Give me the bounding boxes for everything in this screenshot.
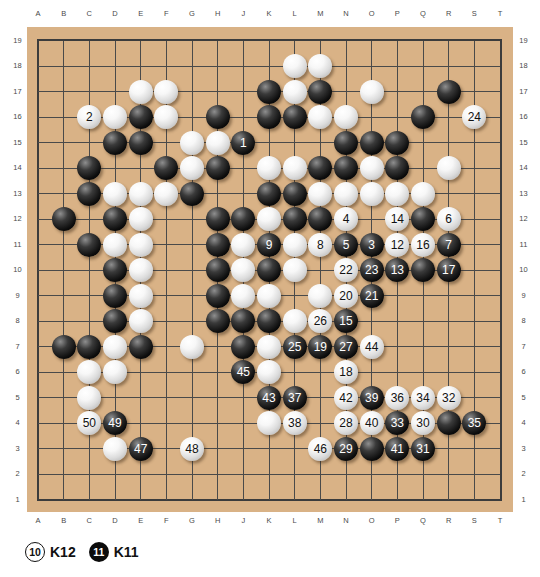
stone-E9[interactable] — [129, 284, 153, 308]
stone-L5[interactable]: 37 — [283, 386, 307, 410]
stone-D15[interactable] — [103, 131, 127, 155]
coord-label-top-M: M — [317, 10, 323, 18]
stone-L10[interactable] — [283, 258, 307, 282]
stone-H9[interactable] — [206, 284, 230, 308]
stone-J8[interactable] — [231, 309, 255, 333]
coord-label-right-7: 7 — [521, 343, 525, 351]
stone-C5[interactable] — [77, 386, 101, 410]
stone-E7[interactable] — [129, 335, 153, 359]
stone-D3[interactable] — [103, 437, 127, 461]
stone-P14[interactable] — [385, 156, 409, 180]
stone-R4[interactable] — [437, 411, 461, 435]
stone-D9[interactable] — [103, 284, 127, 308]
stone-O7[interactable]: 44 — [360, 335, 384, 359]
coord-label-bottom-M: M — [317, 517, 323, 525]
coord-label-top-D: D — [112, 10, 117, 18]
move-number: 25 — [288, 340, 301, 354]
move-number: 22 — [339, 263, 352, 277]
stone-N5[interactable]: 42 — [334, 386, 358, 410]
stone-O5[interactable]: 39 — [360, 386, 384, 410]
coord-label-top-C: C — [87, 10, 92, 18]
move-number: 42 — [339, 391, 352, 405]
coord-label-bottom-O: O — [369, 517, 375, 525]
move-number: 31 — [416, 442, 429, 456]
stone-N15[interactable] — [334, 131, 358, 155]
stone-K5[interactable]: 43 — [257, 386, 281, 410]
move-number: 24 — [468, 110, 481, 124]
stone-L7[interactable]: 25 — [283, 335, 307, 359]
stone-R14[interactable] — [437, 156, 461, 180]
coord-label-left-15: 15 — [13, 139, 21, 147]
move-number: 37 — [288, 391, 301, 405]
stone-N14[interactable] — [334, 156, 358, 180]
coord-label-top-L: L — [293, 10, 297, 18]
coord-label-right-1: 1 — [521, 496, 525, 504]
move-number: 49 — [108, 416, 121, 430]
coord-label-left-5: 5 — [15, 394, 19, 402]
coord-label-right-10: 10 — [519, 266, 527, 274]
move-number: 50 — [83, 416, 96, 430]
stone-F16[interactable] — [154, 105, 178, 129]
stone-Q16[interactable] — [411, 105, 435, 129]
caption-white-move-point: K12 — [50, 544, 76, 560]
stone-Q5[interactable]: 34 — [411, 386, 435, 410]
stone-M3[interactable]: 46 — [308, 437, 332, 461]
move-number: 2 — [86, 110, 93, 124]
coord-label-right-8: 8 — [521, 317, 525, 325]
coord-label-left-8: 8 — [15, 317, 19, 325]
move-number: 39 — [365, 391, 378, 405]
stone-O17[interactable] — [360, 80, 384, 104]
stone-O13[interactable] — [360, 182, 384, 206]
stone-J7[interactable] — [231, 335, 255, 359]
coord-label-left-4: 4 — [15, 419, 19, 427]
stone-Q4[interactable]: 30 — [411, 411, 435, 435]
stone-K8[interactable] — [257, 309, 281, 333]
stone-O3[interactable] — [360, 437, 384, 461]
coord-label-bottom-P: P — [395, 517, 400, 525]
coord-label-bottom-N: N — [343, 517, 348, 525]
stone-D7[interactable] — [103, 335, 127, 359]
stone-O14[interactable] — [360, 156, 384, 180]
stone-E13[interactable] — [129, 182, 153, 206]
stone-N4[interactable]: 28 — [334, 411, 358, 435]
coord-label-right-4: 4 — [521, 419, 525, 427]
stone-O11[interactable]: 3 — [360, 233, 384, 257]
stone-B12[interactable] — [52, 207, 76, 231]
move-number: 28 — [339, 416, 352, 430]
stone-M13[interactable] — [308, 182, 332, 206]
coord-label-right-9: 9 — [521, 292, 525, 300]
coord-label-bottom-B: B — [61, 517, 66, 525]
stone-C6[interactable] — [77, 360, 101, 384]
stone-H12[interactable] — [206, 207, 230, 231]
stone-C14[interactable] — [77, 156, 101, 180]
stone-R11[interactable]: 7 — [437, 233, 461, 257]
stone-F14[interactable] — [154, 156, 178, 180]
coord-label-left-18: 18 — [13, 62, 21, 70]
move-number: 7 — [445, 238, 452, 252]
coord-label-bottom-D: D — [112, 517, 117, 525]
coord-label-left-16: 16 — [13, 113, 21, 121]
move-number: 23 — [365, 263, 378, 277]
stone-R10[interactable]: 17 — [437, 258, 461, 282]
coord-label-left-17: 17 — [13, 88, 21, 96]
stone-H11[interactable] — [206, 233, 230, 257]
stone-C7[interactable] — [77, 335, 101, 359]
coord-label-right-5: 5 — [521, 394, 525, 402]
coord-label-left-13: 13 — [13, 190, 21, 198]
move-number: 36 — [391, 391, 404, 405]
stone-P13[interactable] — [385, 182, 409, 206]
stone-S4[interactable]: 35 — [462, 411, 486, 435]
move-number: 4 — [343, 212, 350, 226]
coord-label-left-2: 2 — [15, 470, 19, 478]
stone-R5[interactable]: 32 — [437, 386, 461, 410]
coord-label-bottom-F: F — [164, 517, 169, 525]
stone-N13[interactable] — [334, 182, 358, 206]
move-number: 16 — [416, 238, 429, 252]
coord-label-right-17: 17 — [519, 88, 527, 96]
stone-S16[interactable]: 24 — [462, 105, 486, 129]
move-number: 29 — [339, 442, 352, 456]
coord-label-left-7: 7 — [15, 343, 19, 351]
coord-label-right-14: 14 — [519, 164, 527, 172]
coord-label-top-G: G — [189, 10, 195, 18]
caption-white-stone-icon: 10 — [25, 542, 45, 562]
stone-R12[interactable]: 6 — [437, 207, 461, 231]
stone-M7[interactable]: 19 — [308, 335, 332, 359]
move-number: 43 — [262, 391, 275, 405]
move-number: 38 — [288, 416, 301, 430]
move-number: 18 — [339, 365, 352, 379]
move-number: 26 — [314, 314, 327, 328]
stone-O9[interactable]: 21 — [360, 284, 384, 308]
coord-label-right-18: 18 — [519, 62, 527, 70]
coord-label-top-K: K — [266, 10, 271, 18]
caption-black-move-point: K11 — [114, 544, 139, 560]
move-number: 34 — [416, 391, 429, 405]
move-number: 6 — [445, 212, 452, 226]
stone-M12[interactable] — [308, 207, 332, 231]
move-number: 32 — [442, 391, 455, 405]
coord-label-bottom-S: S — [472, 517, 477, 525]
stone-J10[interactable] — [231, 258, 255, 282]
move-number: 44 — [365, 340, 378, 354]
stone-P10[interactable]: 13 — [385, 258, 409, 282]
stone-M16[interactable] — [308, 105, 332, 129]
stone-J15[interactable]: 1 — [231, 131, 255, 155]
stone-P12[interactable]: 14 — [385, 207, 409, 231]
move-number: 14 — [391, 212, 404, 226]
coord-label-bottom-A: A — [35, 517, 40, 525]
stone-E8[interactable] — [129, 309, 153, 333]
coord-label-bottom-T: T — [498, 517, 503, 525]
stone-M11[interactable]: 8 — [308, 233, 332, 257]
stone-N8[interactable]: 15 — [334, 309, 358, 333]
coord-label-top-H: H — [215, 10, 220, 18]
move-number: 1 — [240, 136, 247, 150]
stone-K11[interactable]: 9 — [257, 233, 281, 257]
stone-D16[interactable] — [103, 105, 127, 129]
stone-J6[interactable]: 45 — [231, 360, 255, 384]
stone-C13[interactable] — [77, 182, 101, 206]
coord-label-left-9: 9 — [15, 292, 19, 300]
stone-E12[interactable] — [129, 207, 153, 231]
caption: 10 K12 11 K11 — [25, 541, 147, 563]
stone-P3[interactable]: 41 — [385, 437, 409, 461]
stone-H8[interactable] — [206, 309, 230, 333]
coord-label-left-1: 1 — [15, 496, 19, 504]
stone-J11[interactable] — [231, 233, 255, 257]
coord-label-right-16: 16 — [519, 113, 527, 121]
stone-K4[interactable] — [257, 411, 281, 435]
stone-J12[interactable] — [231, 207, 255, 231]
caption-black-stone-icon: 11 — [89, 542, 109, 562]
coord-label-left-6: 6 — [15, 368, 19, 376]
coord-label-top-T: T — [498, 10, 503, 18]
stone-K7[interactable] — [257, 335, 281, 359]
stone-K16[interactable] — [257, 105, 281, 129]
stone-K17[interactable] — [257, 80, 281, 104]
stone-L17[interactable] — [283, 80, 307, 104]
move-number: 27 — [339, 340, 352, 354]
coord-label-top-A: A — [35, 10, 40, 18]
move-number: 3 — [368, 238, 375, 252]
coord-label-top-P: P — [395, 10, 400, 18]
stone-Q13[interactable] — [411, 182, 435, 206]
stone-D6[interactable] — [103, 360, 127, 384]
stone-L13[interactable] — [283, 182, 307, 206]
coord-label-left-19: 19 — [13, 37, 21, 45]
stone-P11[interactable]: 12 — [385, 233, 409, 257]
move-number: 9 — [266, 238, 273, 252]
stone-C11[interactable] — [77, 233, 101, 257]
stone-O15[interactable] — [360, 131, 384, 155]
stone-D10[interactable] — [103, 258, 127, 282]
stone-E16[interactable] — [129, 105, 153, 129]
coord-label-left-11: 11 — [14, 241, 22, 249]
coord-label-right-12: 12 — [519, 215, 527, 223]
coord-label-bottom-E: E — [138, 517, 143, 525]
stone-Q12[interactable] — [411, 207, 435, 231]
stone-E3[interactable]: 47 — [129, 437, 153, 461]
stone-L12[interactable] — [283, 207, 307, 231]
stone-N11[interactable]: 5 — [334, 233, 358, 257]
stone-L18[interactable] — [283, 54, 307, 78]
stone-N10[interactable]: 22 — [334, 258, 358, 282]
stone-G7[interactable] — [180, 335, 204, 359]
stone-C16[interactable]: 2 — [77, 105, 101, 129]
stone-D11[interactable] — [103, 233, 127, 257]
move-number: 13 — [391, 263, 404, 277]
stone-K14[interactable] — [257, 156, 281, 180]
stone-N7[interactable]: 27 — [334, 335, 358, 359]
stone-K9[interactable] — [257, 284, 281, 308]
coord-label-top-J: J — [241, 10, 245, 18]
coord-label-top-S: S — [472, 10, 477, 18]
coord-label-top-R: R — [446, 10, 451, 18]
stone-J9[interactable] — [231, 284, 255, 308]
go-board-diagram: AABBCCDDEEFFGGHHJJKKLLMMNNOOPPQQRRSSTT19… — [0, 0, 540, 577]
stone-M9[interactable] — [308, 284, 332, 308]
move-number: 17 — [442, 263, 455, 277]
stone-E11[interactable] — [129, 233, 153, 257]
move-number: 48 — [185, 442, 198, 456]
stone-K10[interactable] — [257, 258, 281, 282]
stone-F13[interactable] — [154, 182, 178, 206]
stone-Q11[interactable]: 16 — [411, 233, 435, 257]
coord-label-top-Q: Q — [420, 10, 426, 18]
stone-L11[interactable] — [283, 233, 307, 257]
coord-label-right-3: 3 — [521, 445, 525, 453]
stone-O4[interactable]: 40 — [360, 411, 384, 435]
move-number: 8 — [317, 238, 324, 252]
caption-white-move-number: 10 — [29, 546, 41, 558]
stone-M17[interactable] — [308, 80, 332, 104]
coord-label-right-2: 2 — [521, 470, 525, 478]
stone-P4[interactable]: 33 — [385, 411, 409, 435]
stone-H14[interactable] — [206, 156, 230, 180]
stone-D12[interactable] — [103, 207, 127, 231]
move-number: 30 — [416, 416, 429, 430]
caption-black-move-number: 11 — [93, 546, 104, 558]
stone-P15[interactable] — [385, 131, 409, 155]
coord-label-top-F: F — [164, 10, 169, 18]
stone-N12[interactable]: 4 — [334, 207, 358, 231]
stone-P5[interactable]: 36 — [385, 386, 409, 410]
stone-O10[interactable]: 23 — [360, 258, 384, 282]
stone-H10[interactable] — [206, 258, 230, 282]
coord-label-right-11: 11 — [520, 241, 528, 249]
move-number: 40 — [365, 416, 378, 430]
coord-label-bottom-G: G — [189, 517, 195, 525]
stone-G14[interactable] — [180, 156, 204, 180]
stone-L16[interactable] — [283, 105, 307, 129]
stone-E15[interactable] — [129, 131, 153, 155]
coord-label-left-10: 10 — [13, 266, 21, 274]
coord-label-left-3: 3 — [15, 445, 19, 453]
coord-label-bottom-R: R — [446, 517, 451, 525]
stone-N6[interactable]: 18 — [334, 360, 358, 384]
move-number: 47 — [134, 442, 147, 456]
stone-G3[interactable]: 48 — [180, 437, 204, 461]
coord-label-top-E: E — [138, 10, 143, 18]
coord-label-right-15: 15 — [519, 139, 527, 147]
stone-Q3[interactable]: 31 — [411, 437, 435, 461]
stone-M8[interactable]: 26 — [308, 309, 332, 333]
stone-E10[interactable] — [129, 258, 153, 282]
stone-D8[interactable] — [103, 309, 127, 333]
coord-label-bottom-L: L — [293, 517, 297, 525]
move-number: 33 — [391, 416, 404, 430]
coord-label-bottom-K: K — [266, 517, 271, 525]
stone-E17[interactable] — [129, 80, 153, 104]
stone-L8[interactable] — [283, 309, 307, 333]
coord-label-right-19: 19 — [519, 37, 527, 45]
stone-F17[interactable] — [154, 80, 178, 104]
move-number: 19 — [314, 340, 327, 354]
coord-label-left-12: 12 — [13, 215, 21, 223]
coord-label-right-6: 6 — [521, 368, 525, 376]
grid-line-horizontal — [38, 474, 500, 475]
stone-N16[interactable] — [334, 105, 358, 129]
stone-D13[interactable] — [103, 182, 127, 206]
stone-N9[interactable]: 20 — [334, 284, 358, 308]
stone-L14[interactable] — [283, 156, 307, 180]
stone-K6[interactable] — [257, 360, 281, 384]
stone-B7[interactable] — [52, 335, 76, 359]
move-number: 41 — [391, 442, 404, 456]
move-number: 15 — [339, 314, 352, 328]
stone-H16[interactable] — [206, 105, 230, 129]
coord-label-left-14: 14 — [13, 164, 21, 172]
stone-M18[interactable] — [308, 54, 332, 78]
stone-C4[interactable]: 50 — [77, 411, 101, 435]
coord-label-bottom-H: H — [215, 517, 220, 525]
stone-Q10[interactable] — [411, 258, 435, 282]
move-number: 35 — [468, 416, 481, 430]
coord-label-bottom-Q: Q — [420, 517, 426, 525]
move-number: 45 — [237, 365, 250, 379]
coord-label-top-O: O — [369, 10, 375, 18]
coord-label-bottom-J: J — [241, 517, 245, 525]
stone-K12[interactable] — [257, 207, 281, 231]
move-number: 46 — [314, 442, 327, 456]
stone-G13[interactable] — [180, 182, 204, 206]
stone-M14[interactable] — [308, 156, 332, 180]
stone-L4[interactable]: 38 — [283, 411, 307, 435]
stone-N3[interactable]: 29 — [334, 437, 358, 461]
coord-label-top-B: B — [61, 10, 66, 18]
coord-label-top-N: N — [343, 10, 348, 18]
stone-R17[interactable] — [437, 80, 461, 104]
stone-G15[interactable] — [180, 131, 204, 155]
move-number: 5 — [343, 238, 350, 252]
move-number: 21 — [365, 289, 378, 303]
stone-H15[interactable] — [206, 131, 230, 155]
move-number: 20 — [339, 289, 352, 303]
coord-label-bottom-C: C — [87, 517, 92, 525]
stone-K13[interactable] — [257, 182, 281, 206]
coord-label-right-13: 13 — [519, 190, 527, 198]
move-number: 12 — [391, 238, 404, 252]
stone-D4[interactable]: 49 — [103, 411, 127, 435]
